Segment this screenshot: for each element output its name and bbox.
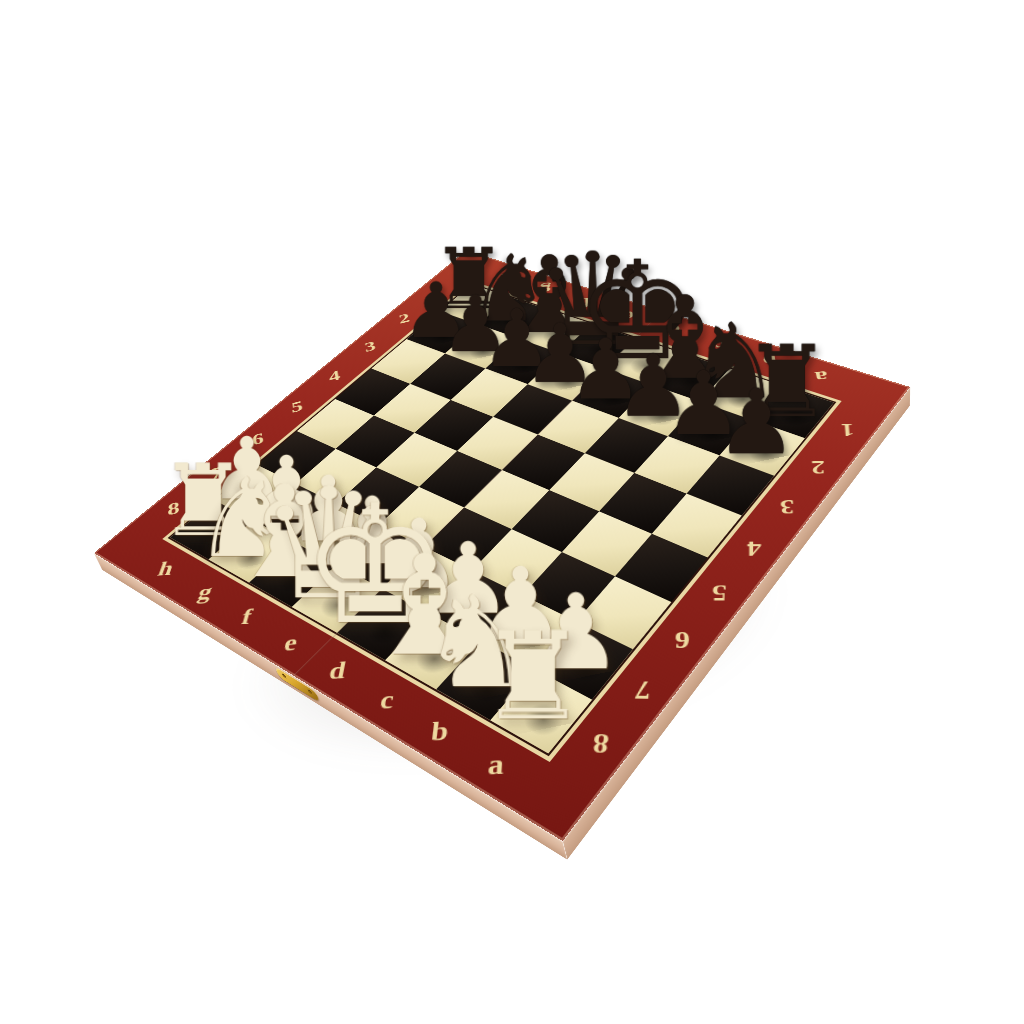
rank-label-right-8: 8	[578, 724, 625, 762]
squares-grid: ♜♞♝♛♚♝♞♜♟♟♟♟♟♟♟♟♟♟♟♟♟♟♟♟♜♞♝♛♚♝♞♜	[168, 283, 837, 756]
square-a8: ♜	[490, 669, 591, 753]
rank-label-right-6: 6	[661, 624, 703, 656]
rank-label-right-2: 2	[799, 454, 837, 480]
rank-label-right-4: 4	[735, 534, 774, 563]
square-e4	[457, 417, 538, 470]
chess-set-photo: ♜♞♝♛♚♝♞♜♟♟♟♟♟♟♟♟♟♟♟♟♟♟♟♟♜♞♝♛♚♝♞♜ hh11gg2…	[0, 0, 1024, 1024]
rank-label-right-5: 5	[699, 578, 739, 608]
file-label-near-a: a	[473, 745, 518, 785]
playing-area: ♜♞♝♛♚♝♞♜♟♟♟♟♟♟♟♟♟♟♟♟♟♟♟♟♜♞♝♛♚♝♞♜	[162, 281, 841, 762]
rank-label-right-3: 3	[768, 493, 807, 520]
rank-label-right-7: 7	[621, 672, 665, 707]
white-rook-glyph: ♜	[439, 615, 626, 737]
black-pawn-glyph: ♟	[678, 377, 835, 467]
chessboard: ♜♞♝♛♚♝♞♜♟♟♟♟♟♟♟♟♟♟♟♟♟♟♟♟♜♞♝♛♚♝♞♜ hh11gg2…	[94, 250, 910, 841]
scene: ♜♞♝♛♚♝♞♜♟♟♟♟♟♟♟♟♟♟♟♟♟♟♟♟♜♞♝♛♚♝♞♜ hh11gg2…	[0, 0, 1024, 1024]
